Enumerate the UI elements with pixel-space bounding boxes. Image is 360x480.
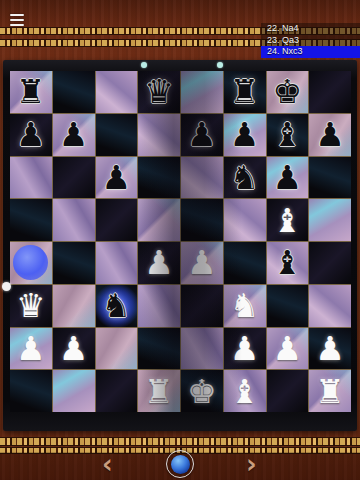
square-c3[interactable]: ♞ (96, 285, 138, 327)
square-g8[interactable]: ♚ (267, 71, 309, 113)
square-d6[interactable] (138, 157, 180, 199)
prev-move-button[interactable]: ‹ (102, 451, 113, 477)
square-g7[interactable]: ♝ (267, 114, 309, 156)
black-pawn[interactable]: ♟ (59, 118, 89, 151)
square-c4[interactable] (96, 242, 138, 284)
move-target-dot (13, 245, 48, 280)
white-pawn[interactable]: ♟ (315, 332, 345, 365)
square-d2[interactable] (138, 328, 180, 370)
square-e4[interactable]: ♟ (181, 242, 223, 284)
center-action-button[interactable] (166, 450, 194, 478)
square-h1[interactable]: ♜ (309, 370, 351, 412)
square-a5[interactable] (10, 199, 52, 241)
white-rook[interactable]: ♜ (144, 375, 174, 408)
square-g1[interactable] (267, 370, 309, 412)
frame-dot-0 (141, 62, 147, 68)
square-b2[interactable]: ♟ (53, 328, 95, 370)
blue-orb-icon (171, 455, 190, 474)
square-f1[interactable]: ♝ (224, 370, 266, 412)
black-pawn[interactable]: ♟ (230, 118, 260, 151)
square-e3[interactable] (181, 285, 223, 327)
black-pawn[interactable]: ♟ (315, 118, 345, 151)
black-king[interactable]: ♚ (273, 75, 303, 108)
black-rook[interactable]: ♜ (230, 75, 260, 108)
square-h6[interactable] (309, 157, 351, 199)
square-b6[interactable] (53, 157, 95, 199)
square-b3[interactable] (53, 285, 95, 327)
app-screen: 22. Na423. Qa324. Nxc3 ♜♛♜♚♟♟♟♟♝♟♟♞♟♝♟♟♝… (0, 0, 360, 480)
black-bishop[interactable]: ♝ (273, 118, 303, 151)
square-f3[interactable]: ♞ (224, 285, 266, 327)
move-row-1[interactable]: 23. Qa3 (261, 35, 360, 47)
white-rook[interactable]: ♜ (315, 375, 345, 408)
square-c6[interactable]: ♟ (96, 157, 138, 199)
white-pawn[interactable]: ♟ (59, 332, 89, 365)
square-g2[interactable]: ♟ (267, 328, 309, 370)
black-queen[interactable]: ♛ (144, 75, 174, 108)
square-h4[interactable] (309, 242, 351, 284)
square-h5[interactable] (309, 199, 351, 241)
square-a3[interactable]: ♛ (10, 285, 52, 327)
square-a6[interactable] (10, 157, 52, 199)
square-a1[interactable] (10, 370, 52, 412)
white-pawn[interactable]: ♟ (273, 332, 303, 365)
square-b1[interactable] (53, 370, 95, 412)
black-pawn[interactable]: ♟ (16, 118, 46, 151)
black-knight[interactable]: ♞ (230, 161, 260, 194)
black-pawn[interactable]: ♟ (102, 161, 132, 194)
black-pawn[interactable]: ♟ (273, 161, 303, 194)
square-a7[interactable]: ♟ (10, 114, 52, 156)
white-queen[interactable]: ♛ (16, 289, 46, 322)
square-b4[interactable] (53, 242, 95, 284)
white-pawn[interactable]: ♟ (230, 332, 260, 365)
white-king[interactable]: ♚ (187, 375, 217, 408)
black-bishop[interactable]: ♝ (273, 246, 303, 279)
square-d8[interactable]: ♛ (138, 71, 180, 113)
menu-button[interactable] (10, 14, 24, 26)
square-f5[interactable] (224, 199, 266, 241)
white-pawn[interactable]: ♟ (144, 246, 174, 279)
square-d4[interactable]: ♟ (138, 242, 180, 284)
square-e2[interactable] (181, 328, 223, 370)
square-d5[interactable] (138, 199, 180, 241)
square-b8[interactable] (53, 71, 95, 113)
square-e1[interactable]: ♚ (181, 370, 223, 412)
square-c1[interactable] (96, 370, 138, 412)
white-pawn[interactable]: ♟ (16, 332, 46, 365)
move-row-2[interactable]: 24. Nxc3 (261, 46, 360, 58)
hamburger-icon (10, 14, 24, 16)
square-g4[interactable]: ♝ (267, 242, 309, 284)
square-f8[interactable]: ♜ (224, 71, 266, 113)
square-f4[interactable] (224, 242, 266, 284)
black-rook[interactable]: ♜ (16, 75, 46, 108)
frame-dot-1 (217, 62, 223, 68)
square-a8[interactable]: ♜ (10, 71, 52, 113)
square-h3[interactable] (309, 285, 351, 327)
square-d7[interactable] (138, 114, 180, 156)
square-g5[interactable]: ♝ (267, 199, 309, 241)
square-a4[interactable] (10, 242, 52, 284)
square-g6[interactable]: ♟ (267, 157, 309, 199)
white-bishop[interactable]: ♝ (273, 204, 303, 237)
square-e5[interactable] (181, 199, 223, 241)
white-bishop[interactable]: ♝ (230, 375, 260, 408)
move-list: 22. Na423. Qa324. Nxc3 (261, 23, 360, 58)
square-f6[interactable]: ♞ (224, 157, 266, 199)
square-c2[interactable] (96, 328, 138, 370)
square-c8[interactable] (96, 71, 138, 113)
square-b5[interactable] (53, 199, 95, 241)
square-d3[interactable] (138, 285, 180, 327)
chess-board-frame: ♜♛♜♚♟♟♟♟♝♟♟♞♟♝♟♟♝♛♞♞♟♟♟♟♟♜♚♝♜ (3, 60, 357, 431)
chess-board[interactable]: ♜♛♜♚♟♟♟♟♝♟♟♞♟♝♟♟♝♛♞♞♟♟♟♟♟♜♚♝♜ (10, 71, 351, 412)
square-c7[interactable] (96, 114, 138, 156)
side-indicator-dot (2, 282, 11, 291)
white-knight[interactable]: ♞ (230, 289, 260, 322)
move-row-0[interactable]: 22. Na4 (261, 23, 360, 35)
square-e6[interactable] (181, 157, 223, 199)
square-f2[interactable]: ♟ (224, 328, 266, 370)
black-knight[interactable]: ♞ (102, 289, 132, 322)
square-g3[interactable] (267, 285, 309, 327)
inlay-strip-bottom-1 (0, 437, 360, 446)
square-h2[interactable]: ♟ (309, 328, 351, 370)
black-pawn[interactable]: ♟ (187, 118, 217, 151)
square-f7[interactable]: ♟ (224, 114, 266, 156)
white-pawn[interactable]: ♟ (187, 246, 217, 279)
square-b7[interactable]: ♟ (53, 114, 95, 156)
square-c5[interactable] (96, 199, 138, 241)
square-e7[interactable]: ♟ (181, 114, 223, 156)
square-e8[interactable] (181, 71, 223, 113)
square-d1[interactable]: ♜ (138, 370, 180, 412)
square-h8[interactable] (309, 71, 351, 113)
square-h7[interactable]: ♟ (309, 114, 351, 156)
next-move-button[interactable]: › (246, 451, 257, 477)
square-a2[interactable]: ♟ (10, 328, 52, 370)
